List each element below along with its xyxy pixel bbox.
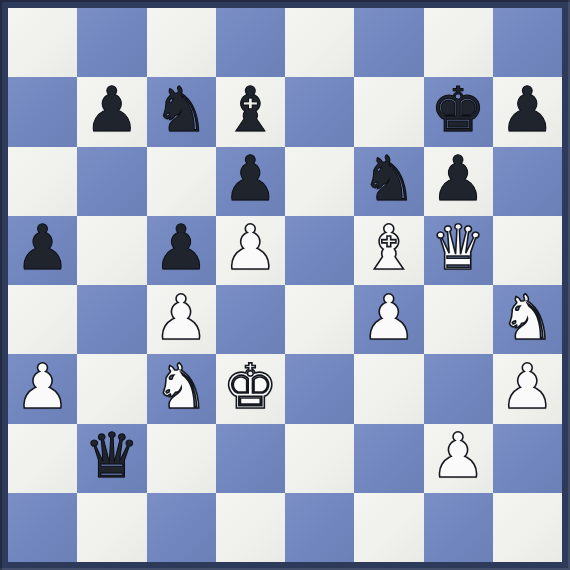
square-a8[interactable] [8, 8, 77, 77]
square-d1[interactable] [216, 493, 285, 562]
square-g7[interactable]: ♚ [424, 77, 493, 146]
black-pawn[interactable]: ♟ [223, 148, 279, 210]
square-f7[interactable] [354, 77, 423, 146]
square-b3[interactable] [77, 354, 146, 423]
square-d3[interactable]: ♚ [216, 354, 285, 423]
square-h8[interactable] [493, 8, 562, 77]
square-b7[interactable]: ♟ [77, 77, 146, 146]
square-d2[interactable] [216, 424, 285, 493]
square-e5[interactable] [285, 216, 354, 285]
square-g1[interactable] [424, 493, 493, 562]
square-f5[interactable]: ♝ [354, 216, 423, 285]
square-a6[interactable] [8, 147, 77, 216]
square-b1[interactable] [77, 493, 146, 562]
square-c3[interactable]: ♞ [147, 354, 216, 423]
square-b8[interactable] [77, 8, 146, 77]
black-knight[interactable]: ♞ [361, 148, 417, 210]
white-knight[interactable]: ♞ [500, 287, 556, 349]
square-c5[interactable]: ♟ [147, 216, 216, 285]
square-d7[interactable]: ♝ [216, 77, 285, 146]
square-a3[interactable]: ♟ [8, 354, 77, 423]
square-h4[interactable]: ♞ [493, 285, 562, 354]
black-pawn[interactable]: ♟ [84, 79, 140, 141]
square-f8[interactable] [354, 8, 423, 77]
square-f3[interactable] [354, 354, 423, 423]
black-pawn[interactable]: ♟ [500, 79, 556, 141]
black-king[interactable]: ♚ [430, 79, 486, 141]
square-g3[interactable] [424, 354, 493, 423]
square-a1[interactable] [8, 493, 77, 562]
black-knight[interactable]: ♞ [153, 79, 209, 141]
square-c4[interactable]: ♟ [147, 285, 216, 354]
black-pawn[interactable]: ♟ [15, 217, 71, 279]
square-e2[interactable] [285, 424, 354, 493]
square-d6[interactable]: ♟ [216, 147, 285, 216]
square-f1[interactable] [354, 493, 423, 562]
black-pawn[interactable]: ♟ [153, 217, 209, 279]
square-d4[interactable] [216, 285, 285, 354]
square-g8[interactable] [424, 8, 493, 77]
square-a5[interactable]: ♟ [8, 216, 77, 285]
white-queen[interactable]: ♛ [430, 217, 486, 279]
square-c8[interactable] [147, 8, 216, 77]
black-queen[interactable]: ♛ [84, 425, 140, 487]
square-c7[interactable]: ♞ [147, 77, 216, 146]
square-g5[interactable]: ♛ [424, 216, 493, 285]
square-h6[interactable] [493, 147, 562, 216]
square-b5[interactable] [77, 216, 146, 285]
white-pawn[interactable]: ♟ [361, 287, 417, 349]
square-f2[interactable] [354, 424, 423, 493]
square-h5[interactable] [493, 216, 562, 285]
square-h2[interactable] [493, 424, 562, 493]
square-h1[interactable] [493, 493, 562, 562]
square-g4[interactable] [424, 285, 493, 354]
white-bishop[interactable]: ♝ [361, 217, 417, 279]
square-a7[interactable] [8, 77, 77, 146]
square-a4[interactable] [8, 285, 77, 354]
square-c1[interactable] [147, 493, 216, 562]
chess-board: ♟♞♝♚♟♟♞♟♟♟♟♝♛♟♟♞♟♞♚♟♛♟ [8, 8, 562, 562]
square-b4[interactable] [77, 285, 146, 354]
square-e3[interactable] [285, 354, 354, 423]
square-h3[interactable]: ♟ [493, 354, 562, 423]
square-e4[interactable] [285, 285, 354, 354]
white-pawn[interactable]: ♟ [500, 356, 556, 418]
square-c2[interactable] [147, 424, 216, 493]
black-pawn[interactable]: ♟ [430, 148, 486, 210]
square-f6[interactable]: ♞ [354, 147, 423, 216]
square-e6[interactable] [285, 147, 354, 216]
white-pawn[interactable]: ♟ [153, 287, 209, 349]
square-d5[interactable]: ♟ [216, 216, 285, 285]
square-e1[interactable] [285, 493, 354, 562]
square-g6[interactable]: ♟ [424, 147, 493, 216]
black-bishop[interactable]: ♝ [223, 79, 279, 141]
board-frame: ♟♞♝♚♟♟♞♟♟♟♟♝♛♟♟♞♟♞♚♟♛♟ [0, 0, 570, 570]
square-a2[interactable] [8, 424, 77, 493]
white-pawn[interactable]: ♟ [223, 217, 279, 279]
square-e8[interactable] [285, 8, 354, 77]
square-b2[interactable]: ♛ [77, 424, 146, 493]
white-pawn[interactable]: ♟ [15, 356, 71, 418]
square-d8[interactable] [216, 8, 285, 77]
square-e7[interactable] [285, 77, 354, 146]
square-b6[interactable] [77, 147, 146, 216]
square-c6[interactable] [147, 147, 216, 216]
square-h7[interactable]: ♟ [493, 77, 562, 146]
square-f4[interactable]: ♟ [354, 285, 423, 354]
square-g2[interactable]: ♟ [424, 424, 493, 493]
white-knight[interactable]: ♞ [153, 356, 209, 418]
white-king[interactable]: ♚ [223, 356, 279, 418]
white-pawn[interactable]: ♟ [430, 425, 486, 487]
